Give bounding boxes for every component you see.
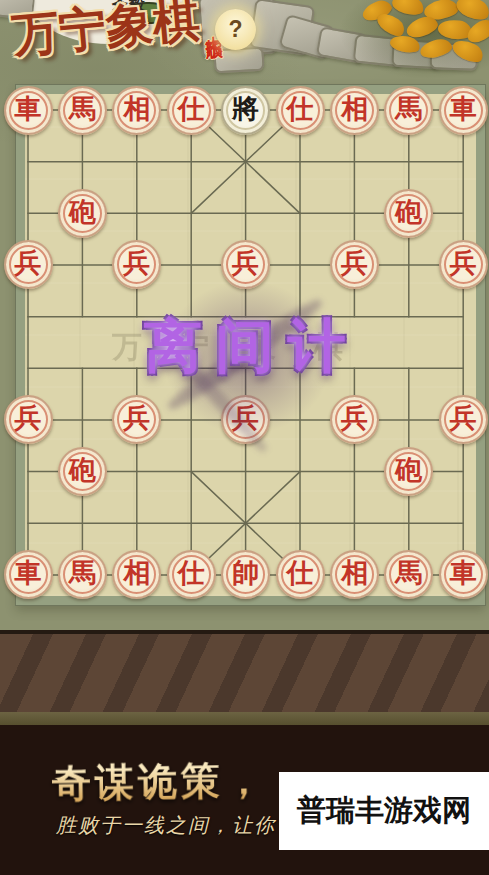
piece-char: 兵 [341,250,368,277]
piece-char: 相 [341,560,368,587]
piece-red-砲[interactable]: 砲 [384,447,433,496]
footer-slogan: 奇谋诡策， [52,753,268,811]
piece-red-相[interactable]: 相 [112,86,161,135]
piece-char: 車 [450,560,477,587]
piece-char: 車 [450,96,477,123]
piece-red-車[interactable]: 車 [439,86,488,135]
piece-char: 仕 [178,560,205,587]
piece-red-馬[interactable]: 馬 [384,86,433,135]
piece-red-兵[interactable]: 兵 [330,395,379,444]
piece-char: 兵 [123,250,150,277]
piece-char: 仕 [287,560,314,587]
piece-char: 兵 [15,250,42,277]
piece-red-車[interactable]: 車 [4,550,53,599]
piece-char: 將 [232,96,259,123]
piece-red-兵[interactable]: 兵 [439,240,488,289]
piece-char: 車 [15,96,42,123]
piece-red-仕[interactable]: 仕 [167,86,216,135]
piece-red-砲[interactable]: 砲 [384,189,433,238]
site-watermark-box: 普瑞丰游戏网 [279,772,489,850]
piece-char: 兵 [123,405,150,432]
piece-red-車[interactable]: 車 [439,550,488,599]
piece-char: 砲 [69,199,96,226]
piece-red-兵[interactable]: 兵 [330,240,379,289]
piece-black-將[interactable]: 將 [221,86,270,135]
piece-char: 相 [123,560,150,587]
piece-red-相[interactable]: 相 [112,550,161,599]
piece-red-兵[interactable]: 兵 [4,395,53,444]
piece-red-兵[interactable]: 兵 [221,395,270,444]
piece-char: 兵 [15,405,42,432]
wooden-table-edge [0,630,489,714]
piece-char: 帥 [232,560,259,587]
piece-char: 砲 [395,199,422,226]
footer-subtitle: 胜败于一线之间，让你 [56,812,276,839]
piece-char: 車 [15,560,42,587]
piece-char: 兵 [232,250,259,277]
piece-red-砲[interactable]: 砲 [58,447,107,496]
moss-strip [0,712,489,725]
piece-red-相[interactable]: 相 [330,550,379,599]
piece-red-兵[interactable]: 兵 [221,240,270,289]
piece-red-帥[interactable]: 帥 [221,550,270,599]
piece-char: 仕 [178,96,205,123]
piece-red-兵[interactable]: 兵 [439,395,488,444]
piece-char: 砲 [69,457,96,484]
piece-char: 砲 [395,457,422,484]
piece-red-馬[interactable]: 馬 [58,550,107,599]
piece-char: 馬 [395,560,422,587]
piece-red-仕[interactable]: 仕 [276,86,325,135]
piece-red-馬[interactable]: 馬 [58,86,107,135]
site-watermark-text: 普瑞丰游戏网 [297,791,471,831]
piece-char: 馬 [395,96,422,123]
piece-red-兵[interactable]: 兵 [4,240,53,289]
piece-char: 仕 [287,96,314,123]
piece-red-兵[interactable]: 兵 [112,240,161,289]
piece-red-砲[interactable]: 砲 [58,189,107,238]
piece-char: 馬 [69,96,96,123]
piece-char: 馬 [69,560,96,587]
piece-red-兵[interactable]: 兵 [112,395,161,444]
piece-char: 相 [123,96,150,123]
piece-red-相[interactable]: 相 [330,86,379,135]
piece-red-馬[interactable]: 馬 [384,550,433,599]
piece-char: 兵 [450,250,477,277]
piece-char: 兵 [341,405,368,432]
piece-char: 兵 [232,405,259,432]
piece-red-車[interactable]: 車 [4,86,53,135]
piece-char: 兵 [450,405,477,432]
piece-red-仕[interactable]: 仕 [167,550,216,599]
piece-red-仕[interactable]: 仕 [276,550,325,599]
piece-char: 相 [341,96,368,123]
